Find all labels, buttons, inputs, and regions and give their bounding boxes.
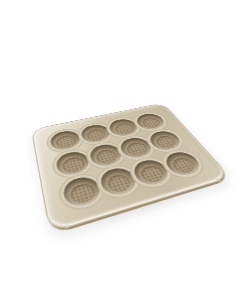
cup-floor <box>169 156 199 176</box>
muffin-cup <box>79 123 113 145</box>
muffin-cup <box>133 112 168 132</box>
cup-floor <box>85 128 109 143</box>
cup-floor <box>55 134 78 150</box>
cup-floor <box>138 164 168 185</box>
cup-floor <box>124 141 151 158</box>
cup-floor <box>153 134 180 150</box>
muffin-cup <box>146 129 185 153</box>
cup-floor <box>69 182 98 206</box>
muffin-cup <box>87 142 125 169</box>
cup-grid <box>47 110 207 213</box>
product-photo <box>0 0 240 303</box>
muffin-cup <box>55 149 93 178</box>
cup-floor <box>94 148 120 166</box>
muffin-cup <box>49 129 83 153</box>
cup-floor <box>113 122 137 136</box>
cup-floor <box>104 172 134 195</box>
muffin-pan <box>31 103 231 234</box>
muffin-cup <box>61 174 104 209</box>
cup-floor <box>61 155 87 175</box>
cup-floor <box>139 116 163 130</box>
perspective-scene <box>0 0 240 303</box>
